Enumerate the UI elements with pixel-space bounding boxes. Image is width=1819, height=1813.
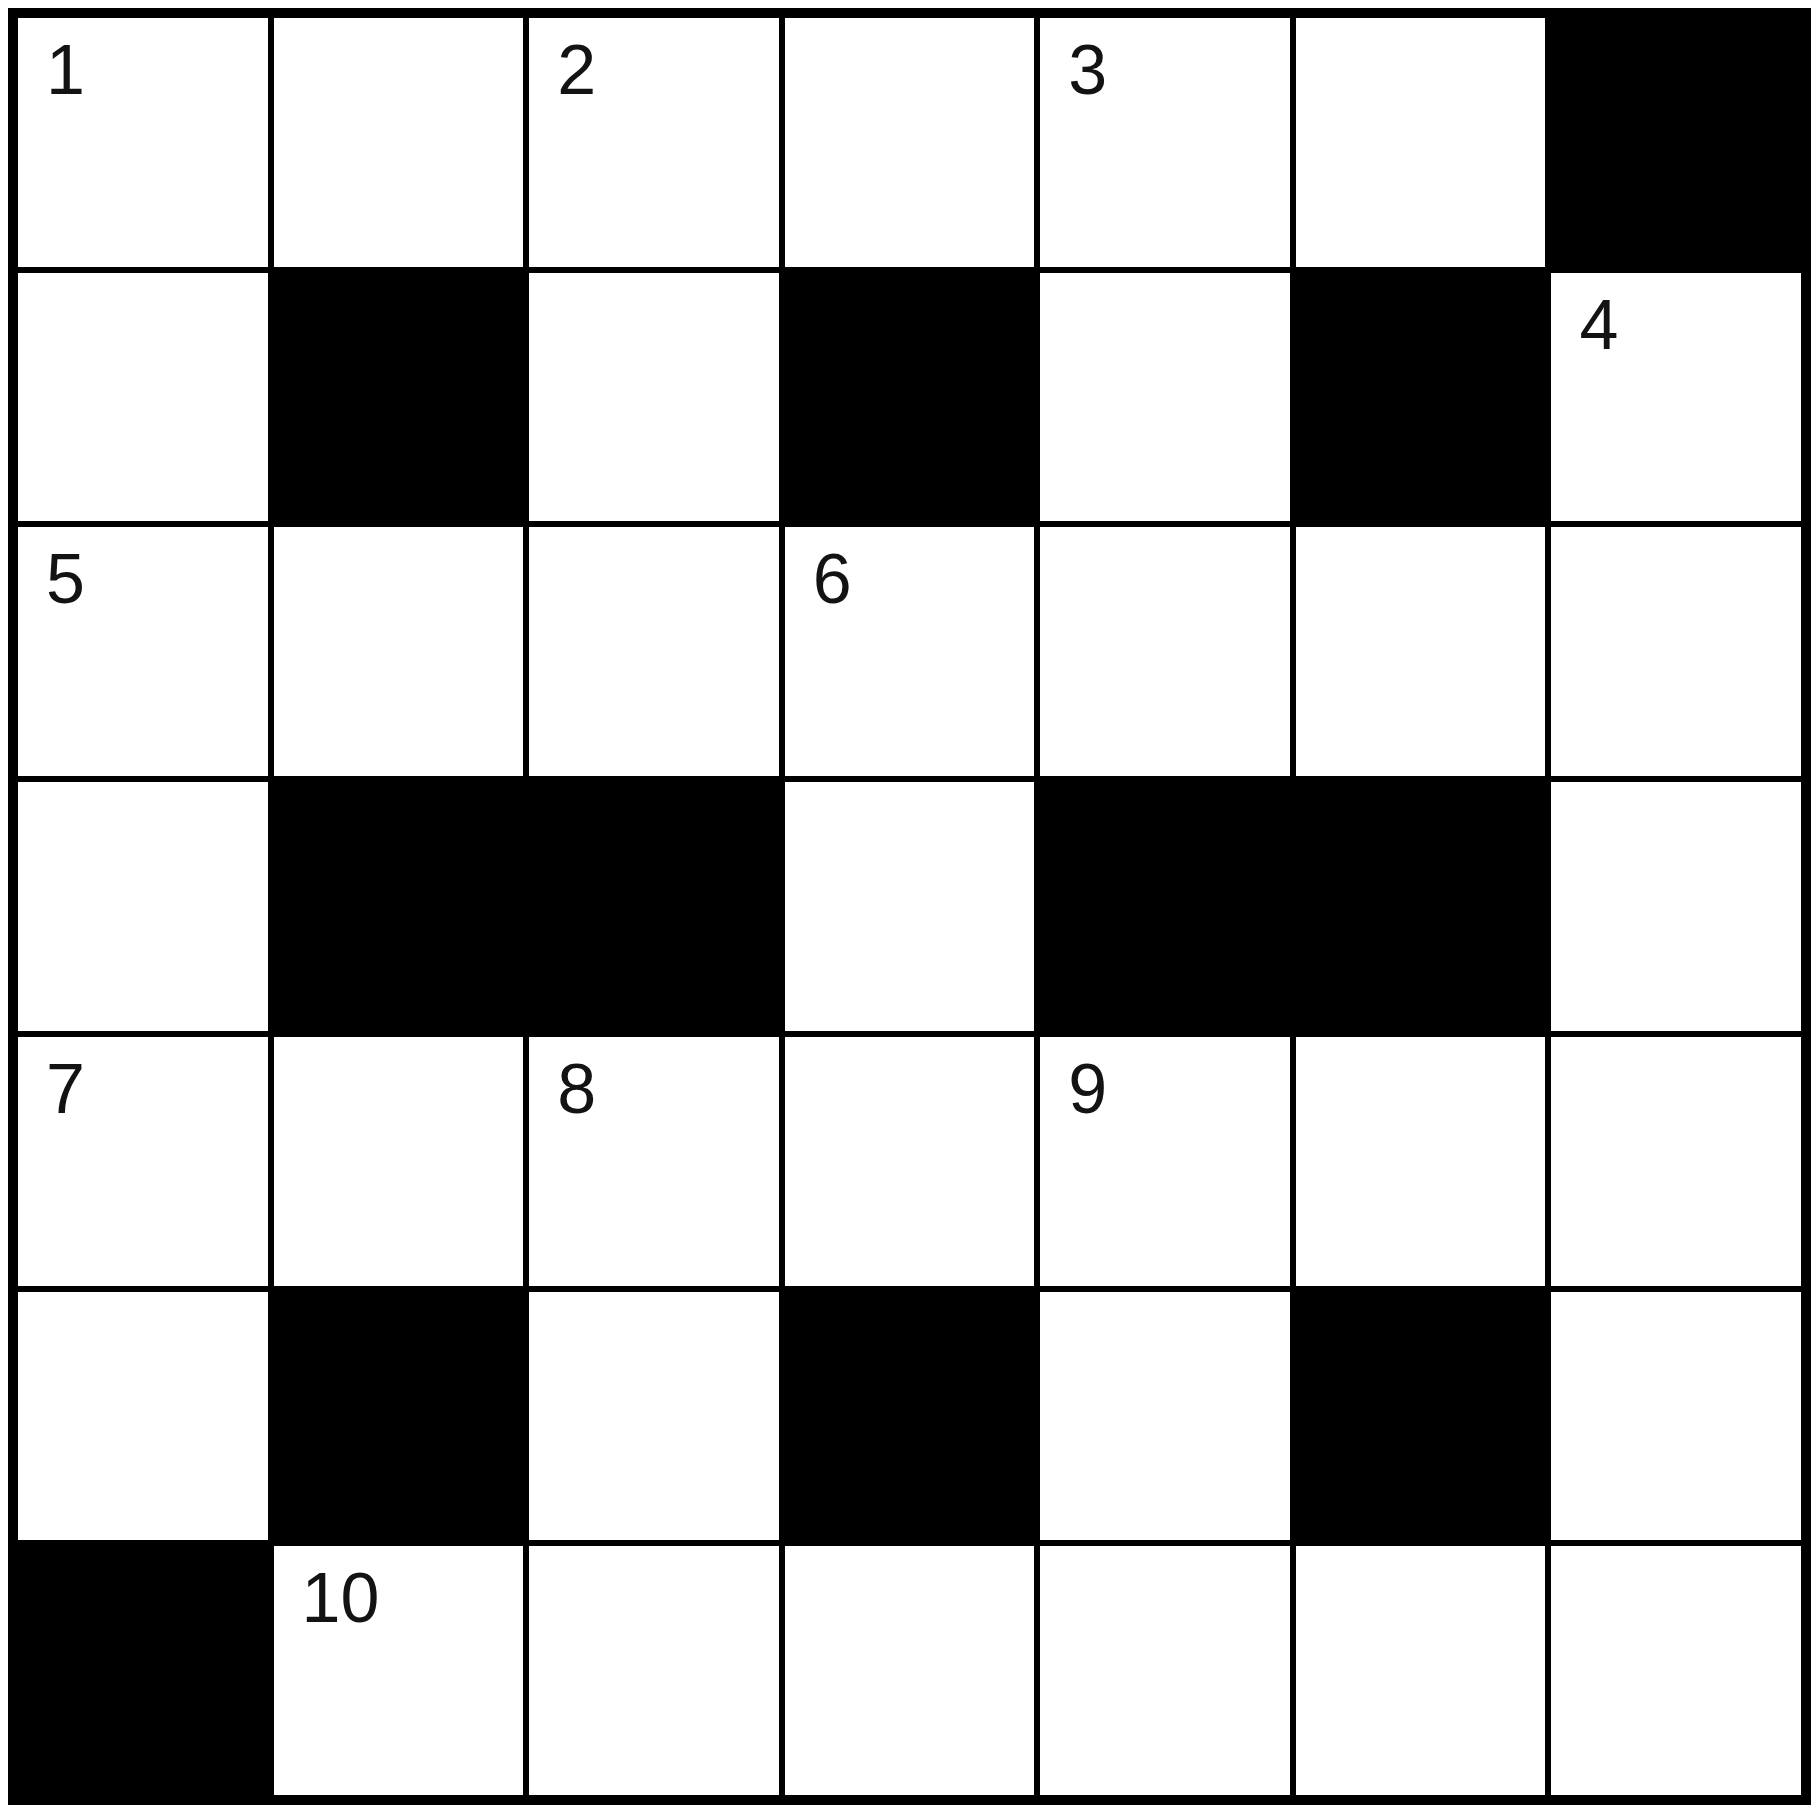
letter-cell-r7c7[interactable] — [1551, 1546, 1801, 1795]
block-cell-r7c1 — [18, 1546, 268, 1795]
letter-cell-r7c4[interactable] — [785, 1546, 1035, 1795]
block-cell-r1c7 — [1551, 18, 1801, 267]
letter-cell-r7c6[interactable] — [1296, 1546, 1546, 1795]
block-cell-r6c6 — [1296, 1292, 1546, 1541]
clue-number-6: 6 — [813, 544, 852, 614]
letter-cell-r4c1[interactable] — [18, 782, 268, 1031]
letter-cell-r1c3[interactable]: 2 — [529, 18, 779, 267]
letter-cell-r4c4[interactable] — [785, 782, 1035, 1031]
letter-cell-r6c7[interactable] — [1551, 1292, 1801, 1541]
clue-number-8: 8 — [557, 1054, 596, 1124]
letter-cell-r5c7[interactable] — [1551, 1037, 1801, 1286]
letter-cell-r2c1[interactable] — [18, 273, 268, 522]
letter-cell-r2c5[interactable] — [1040, 273, 1290, 522]
letter-cell-r5c1[interactable]: 7 — [18, 1037, 268, 1286]
block-cell-r4c3 — [529, 782, 779, 1031]
letter-cell-r1c6[interactable] — [1296, 18, 1546, 267]
block-cell-r4c6 — [1296, 782, 1546, 1031]
letter-cell-r3c1[interactable]: 5 — [18, 527, 268, 776]
letter-cell-r1c5[interactable]: 3 — [1040, 18, 1290, 267]
clue-number-7: 7 — [46, 1054, 85, 1124]
block-cell-r6c4 — [785, 1292, 1035, 1541]
block-cell-r2c2 — [274, 273, 524, 522]
letter-cell-r2c7[interactable]: 4 — [1551, 273, 1801, 522]
clue-number-9: 9 — [1068, 1054, 1107, 1124]
letter-cell-r5c2[interactable] — [274, 1037, 524, 1286]
block-cell-r4c2 — [274, 782, 524, 1031]
letter-cell-r7c3[interactable] — [529, 1546, 779, 1795]
letter-cell-r5c4[interactable] — [785, 1037, 1035, 1286]
letter-cell-r6c1[interactable] — [18, 1292, 268, 1541]
clue-number-3: 3 — [1068, 35, 1107, 105]
letter-cell-r3c7[interactable] — [1551, 527, 1801, 776]
block-cell-r6c2 — [274, 1292, 524, 1541]
clue-number-1: 1 — [46, 35, 85, 105]
letter-cell-r5c3[interactable]: 8 — [529, 1037, 779, 1286]
letter-cell-r3c4[interactable]: 6 — [785, 527, 1035, 776]
crossword-board: 12345678910 — [8, 8, 1811, 1805]
letter-cell-r6c3[interactable] — [529, 1292, 779, 1541]
letter-cell-r4c7[interactable] — [1551, 782, 1801, 1031]
letter-cell-r1c4[interactable] — [785, 18, 1035, 267]
crossword-grid: 12345678910 — [18, 18, 1801, 1795]
clue-number-10: 10 — [302, 1563, 380, 1633]
letter-cell-r2c3[interactable] — [529, 273, 779, 522]
letter-cell-r3c2[interactable] — [274, 527, 524, 776]
letter-cell-r5c6[interactable] — [1296, 1037, 1546, 1286]
clue-number-5: 5 — [46, 544, 85, 614]
block-cell-r4c5 — [1040, 782, 1290, 1031]
letter-cell-r3c6[interactable] — [1296, 527, 1546, 776]
letter-cell-r1c1[interactable]: 1 — [18, 18, 268, 267]
letter-cell-r6c5[interactable] — [1040, 1292, 1290, 1541]
letter-cell-r5c5[interactable]: 9 — [1040, 1037, 1290, 1286]
letter-cell-r3c3[interactable] — [529, 527, 779, 776]
letter-cell-r3c5[interactable] — [1040, 527, 1290, 776]
letter-cell-r1c2[interactable] — [274, 18, 524, 267]
letter-cell-r7c2[interactable]: 10 — [274, 1546, 524, 1795]
block-cell-r2c4 — [785, 273, 1035, 522]
letter-cell-r7c5[interactable] — [1040, 1546, 1290, 1795]
clue-number-4: 4 — [1579, 290, 1618, 360]
clue-number-2: 2 — [557, 35, 596, 105]
block-cell-r2c6 — [1296, 273, 1546, 522]
